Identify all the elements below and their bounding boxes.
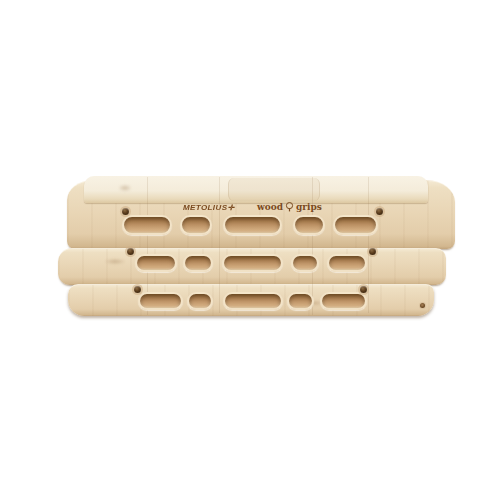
pocket-row1-pocket	[293, 215, 325, 235]
wood-plank-seam	[312, 177, 313, 315]
wood-plank-seam	[368, 177, 369, 313]
mounting-screw	[122, 208, 129, 215]
wood-knot	[118, 184, 132, 192]
mounting-screw	[134, 286, 141, 293]
metolius-wordmark: METOLIUS	[183, 203, 227, 211]
woodgrips-logo: wood grips	[257, 201, 322, 213]
sloper-scoop	[228, 178, 320, 201]
tree-icon	[285, 202, 294, 212]
woodgrips-word-left: wood	[257, 201, 283, 213]
countersunk-hole	[420, 303, 425, 308]
pocket-row3-wide-edge	[320, 292, 367, 310]
pocket-row1-pocket	[180, 215, 212, 235]
woodgrips-word-right: grips	[296, 201, 322, 213]
metolius-logo: METOLIUS✛	[183, 203, 235, 212]
wood-plank-seam	[219, 177, 220, 313]
wood-knot	[104, 258, 126, 265]
pocket-row2-pocket	[183, 254, 213, 272]
product-photo-stage: METOLIUS✛ wood grips	[0, 0, 500, 500]
pocket-row1-wide-edge	[333, 215, 378, 235]
metolius-cross-mark: ✛	[227, 203, 234, 211]
pocket-row3-wide-edge	[138, 292, 183, 310]
pocket-row3-pocket	[187, 292, 213, 310]
hangboard-top-surface	[84, 176, 428, 203]
mounting-screw	[376, 208, 383, 215]
mounting-screw	[360, 286, 367, 293]
pocket-row1-wide-edge	[122, 215, 172, 235]
pocket-row2-large-center-edge	[222, 254, 283, 272]
mounting-screw	[369, 248, 376, 255]
pocket-row2-wide-edge	[327, 254, 367, 272]
mounting-screw	[127, 248, 134, 255]
pocket-row2-pocket	[291, 254, 319, 272]
pocket-row3-pocket	[287, 292, 314, 310]
pocket-row1-large-center-edge	[223, 215, 282, 235]
pocket-row2-wide-edge	[135, 254, 177, 272]
pocket-row3-large-center-edge	[223, 292, 283, 310]
